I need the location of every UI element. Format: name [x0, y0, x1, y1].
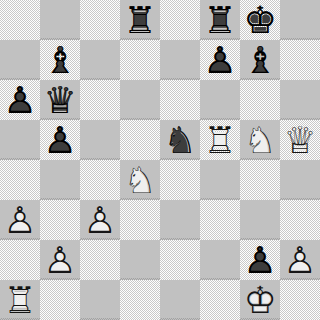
square-c8[interactable]	[80, 0, 120, 40]
square-a5[interactable]	[0, 120, 40, 160]
white-king-piece: ♚♔	[240, 280, 280, 320]
square-f7[interactable]: ♟♙	[200, 40, 240, 80]
bishop-glyph-outline: ♗	[40, 40, 80, 80]
square-h3[interactable]	[280, 200, 320, 240]
square-a8[interactable]	[0, 0, 40, 40]
square-e8[interactable]	[160, 0, 200, 40]
screenshot: ♜♖♜♖♚♔♝♗♟♙♝♗♟♙♛♕♟♙♞♘♜♖♞♘♛♕♞♘♟♙♟♙♟♙♟♙♟♙♜♖…	[0, 0, 320, 320]
square-h8[interactable]	[280, 0, 320, 40]
white-rook-piece: ♜♖	[200, 120, 240, 160]
white-queen-piece: ♛♕	[280, 120, 320, 160]
square-g1[interactable]: ♚♔	[240, 280, 280, 320]
square-e7[interactable]	[160, 40, 200, 80]
square-c4[interactable]	[80, 160, 120, 200]
king-glyph-outline: ♔	[240, 280, 280, 320]
square-c3[interactable]: ♟♙	[80, 200, 120, 240]
pawn-glyph-outline: ♙	[40, 120, 80, 160]
square-b7[interactable]: ♝♗	[40, 40, 80, 80]
square-b3[interactable]	[40, 200, 80, 240]
white-knight-piece: ♞♘	[240, 120, 280, 160]
pawn-glyph-outline: ♙	[280, 240, 320, 280]
square-g6[interactable]	[240, 80, 280, 120]
square-e5[interactable]: ♞♘	[160, 120, 200, 160]
square-e4[interactable]	[160, 160, 200, 200]
square-c7[interactable]	[80, 40, 120, 80]
black-pawn-piece: ♟♙	[40, 120, 80, 160]
square-e2[interactable]	[160, 240, 200, 280]
square-a6[interactable]: ♟♙	[0, 80, 40, 120]
knight-glyph-outline: ♘	[240, 120, 280, 160]
square-a1[interactable]: ♜♖	[0, 280, 40, 320]
square-b2[interactable]: ♟♙	[40, 240, 80, 280]
square-c1[interactable]	[80, 280, 120, 320]
square-e1[interactable]	[160, 280, 200, 320]
white-pawn-piece: ♟♙	[80, 200, 120, 240]
bishop-glyph-outline: ♗	[240, 40, 280, 80]
square-g8[interactable]: ♚♔	[240, 0, 280, 40]
square-b6[interactable]: ♛♕	[40, 80, 80, 120]
pawn-glyph-outline: ♙	[0, 200, 40, 240]
square-e3[interactable]	[160, 200, 200, 240]
square-c5[interactable]	[80, 120, 120, 160]
square-f5[interactable]: ♜♖	[200, 120, 240, 160]
square-f3[interactable]	[200, 200, 240, 240]
square-f4[interactable]	[200, 160, 240, 200]
chess-board: ♜♖♜♖♚♔♝♗♟♙♝♗♟♙♛♕♟♙♞♘♜♖♞♘♛♕♞♘♟♙♟♙♟♙♟♙♟♙♜♖…	[0, 0, 320, 320]
black-king-piece: ♚♔	[240, 0, 280, 40]
king-glyph-outline: ♔	[240, 0, 280, 40]
square-c2[interactable]	[80, 240, 120, 280]
square-d3[interactable]	[120, 200, 160, 240]
square-g3[interactable]	[240, 200, 280, 240]
square-d2[interactable]	[120, 240, 160, 280]
square-g2[interactable]: ♟♙	[240, 240, 280, 280]
pawn-glyph-outline: ♙	[80, 200, 120, 240]
rook-glyph-outline: ♖	[200, 120, 240, 160]
square-f6[interactable]	[200, 80, 240, 120]
square-g7[interactable]: ♝♗	[240, 40, 280, 80]
square-a3[interactable]: ♟♙	[0, 200, 40, 240]
knight-glyph-outline: ♘	[120, 160, 160, 200]
square-f1[interactable]	[200, 280, 240, 320]
square-a7[interactable]	[0, 40, 40, 80]
black-rook-piece: ♜♖	[120, 0, 160, 40]
square-h7[interactable]	[280, 40, 320, 80]
square-h6[interactable]	[280, 80, 320, 120]
square-e6[interactable]	[160, 80, 200, 120]
square-b8[interactable]	[40, 0, 80, 40]
square-f8[interactable]: ♜♖	[200, 0, 240, 40]
square-a2[interactable]	[0, 240, 40, 280]
black-pawn-piece: ♟♙	[200, 40, 240, 80]
black-bishop-piece: ♝♗	[240, 40, 280, 80]
white-pawn-piece: ♟♙	[0, 200, 40, 240]
square-b4[interactable]	[40, 160, 80, 200]
white-knight-piece: ♞♘	[120, 160, 160, 200]
pawn-glyph-outline: ♙	[40, 240, 80, 280]
white-pawn-piece: ♟♙	[40, 240, 80, 280]
rook-glyph-outline: ♖	[120, 0, 160, 40]
square-d4[interactable]: ♞♘	[120, 160, 160, 200]
square-g4[interactable]	[240, 160, 280, 200]
square-d8[interactable]: ♜♖	[120, 0, 160, 40]
queen-glyph-outline: ♕	[40, 80, 80, 120]
black-bishop-piece: ♝♗	[40, 40, 80, 80]
square-h1[interactable]	[280, 280, 320, 320]
square-h5[interactable]: ♛♕	[280, 120, 320, 160]
square-b1[interactable]	[40, 280, 80, 320]
white-rook-piece: ♜♖	[0, 280, 40, 320]
rook-glyph-outline: ♖	[200, 0, 240, 40]
pawn-glyph-outline: ♙	[0, 80, 40, 120]
black-rook-piece: ♜♖	[200, 0, 240, 40]
white-pawn-piece: ♟♙	[280, 240, 320, 280]
square-d5[interactable]	[120, 120, 160, 160]
square-g5[interactable]: ♞♘	[240, 120, 280, 160]
queen-glyph-outline: ♕	[280, 120, 320, 160]
pawn-glyph-outline: ♙	[240, 240, 280, 280]
black-knight-piece: ♞♘	[160, 120, 200, 160]
black-queen-piece: ♛♕	[40, 80, 80, 120]
rook-glyph-outline: ♖	[0, 280, 40, 320]
pawn-glyph-outline: ♙	[200, 40, 240, 80]
square-b5[interactable]: ♟♙	[40, 120, 80, 160]
square-d7[interactable]	[120, 40, 160, 80]
square-h2[interactable]: ♟♙	[280, 240, 320, 280]
square-h4[interactable]	[280, 160, 320, 200]
square-c6[interactable]	[80, 80, 120, 120]
square-a4[interactable]	[0, 160, 40, 200]
square-f2[interactable]	[200, 240, 240, 280]
black-pawn-piece: ♟♙	[0, 80, 40, 120]
black-pawn-piece: ♟♙	[240, 240, 280, 280]
square-d1[interactable]	[120, 280, 160, 320]
square-d6[interactable]	[120, 80, 160, 120]
knight-glyph-outline: ♘	[160, 120, 200, 160]
